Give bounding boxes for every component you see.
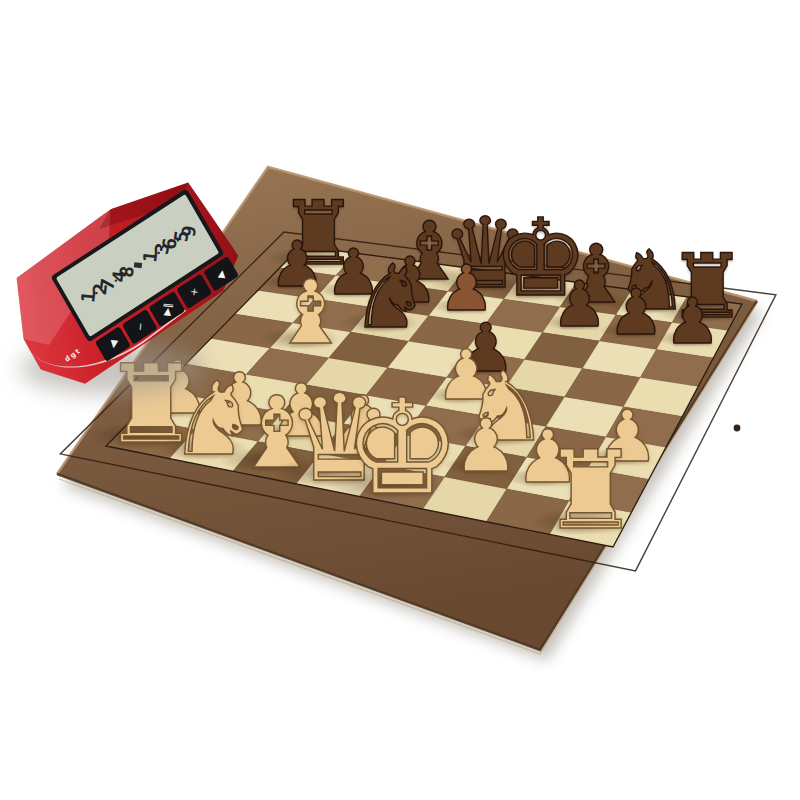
piece-white-king-e1[interactable]: ♚ xyxy=(337,382,468,513)
minus-icon: − xyxy=(135,322,146,332)
left-triangle-icon: ◀ xyxy=(108,340,119,349)
dgt-chess-clock: dgt 1.27.48 1.36.59 ◀ − ▶‖ + ▶ xyxy=(2,192,254,404)
scene: ♜♝♛♚♝♞♜♟♟♟♟♟♟♟♞♟♝♟♞♟♟♟♟♟♟♟♜♞♝♛♚♜ dgt 1.2… xyxy=(0,0,800,800)
clock-right-time: 1.36.59 xyxy=(140,221,197,270)
clock-left-time: 1.27.48 xyxy=(78,261,135,310)
piece-black-pawn-h7[interactable]: ♟ xyxy=(661,290,724,353)
plus-icon: + xyxy=(189,287,200,297)
piece-white-bishop-b5[interactable]: ♝ xyxy=(266,269,354,357)
piece-black-pawn-f7[interactable]: ♟ xyxy=(548,273,611,336)
right-triangle-icon: ▶ xyxy=(216,269,227,278)
piece-white-rook-h1[interactable]: ♜ xyxy=(536,437,645,546)
piece-black-knight-c6[interactable]: ♞ xyxy=(346,254,434,342)
connector-port xyxy=(734,425,741,432)
piece-black-pawn-g7[interactable]: ♟ xyxy=(605,281,668,344)
play-pause-icon: ▶‖ xyxy=(161,302,172,316)
